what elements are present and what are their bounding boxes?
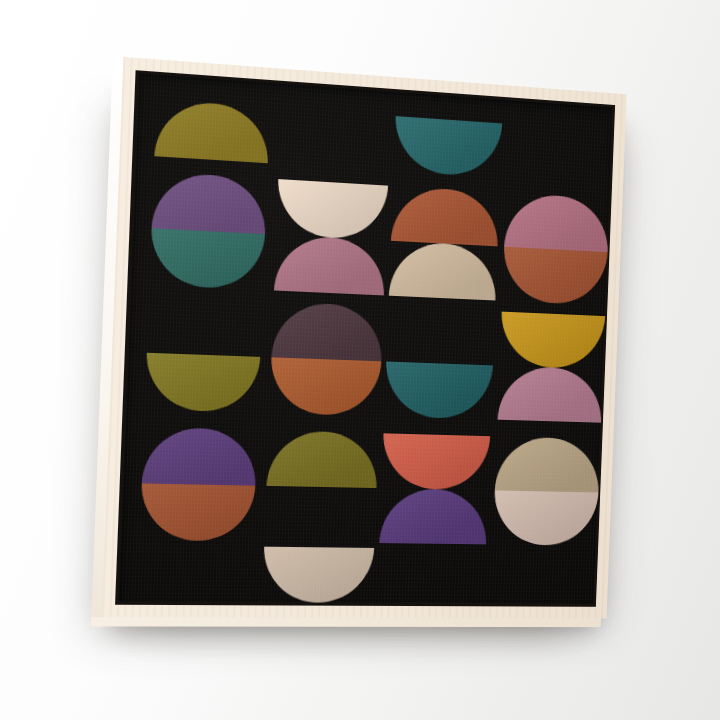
frame-front-face	[102, 57, 627, 619]
wall	[0, 0, 720, 720]
violet-semicircle-up	[379, 488, 488, 544]
teal-semicircle-down	[394, 116, 503, 177]
olive-semicircle-up	[154, 100, 269, 164]
purple-teal-split-circle	[149, 172, 267, 290]
tan-blush-split-circle	[493, 436, 601, 545]
mauve-semicircle-up	[274, 235, 386, 296]
teal-semicircle-down	[384, 361, 493, 419]
coral-semicircle-down	[381, 433, 490, 490]
picture-frame	[102, 57, 627, 619]
purple-rust-split-circle-half	[142, 427, 258, 486]
plum-rust-split-circle-half	[271, 302, 383, 362]
olive-semicircle-down	[145, 353, 261, 413]
pink-rust-split-circle-half	[504, 193, 609, 252]
pink-rust-split-circle-half	[502, 247, 608, 306]
cream-semicircle-down	[262, 547, 374, 603]
olive-semicircle-up	[267, 430, 379, 488]
rust-semicircle-up	[391, 186, 500, 246]
purple-rust-split-circle	[140, 427, 258, 542]
cream-semicircle-down	[276, 179, 388, 240]
purple-teal-split-circle-half	[149, 228, 265, 290]
tan-blush-split-circle-half	[493, 490, 599, 545]
frame-bottom-side-face	[91, 617, 601, 627]
yellow-semicircle-down	[500, 312, 606, 370]
shape-layer	[139, 74, 613, 108]
plum-rust-split-circle-half	[269, 357, 381, 416]
pink-semicircle-up	[498, 366, 604, 423]
plum-rust-split-circle	[269, 302, 383, 417]
art-canvas	[115, 70, 615, 607]
pink-rust-split-circle	[502, 193, 610, 306]
tan-blush-split-circle-half	[495, 436, 601, 492]
purple-teal-split-circle-half	[152, 172, 268, 235]
tan-semicircle-up	[389, 241, 498, 301]
purple-rust-split-circle-half	[140, 483, 256, 541]
